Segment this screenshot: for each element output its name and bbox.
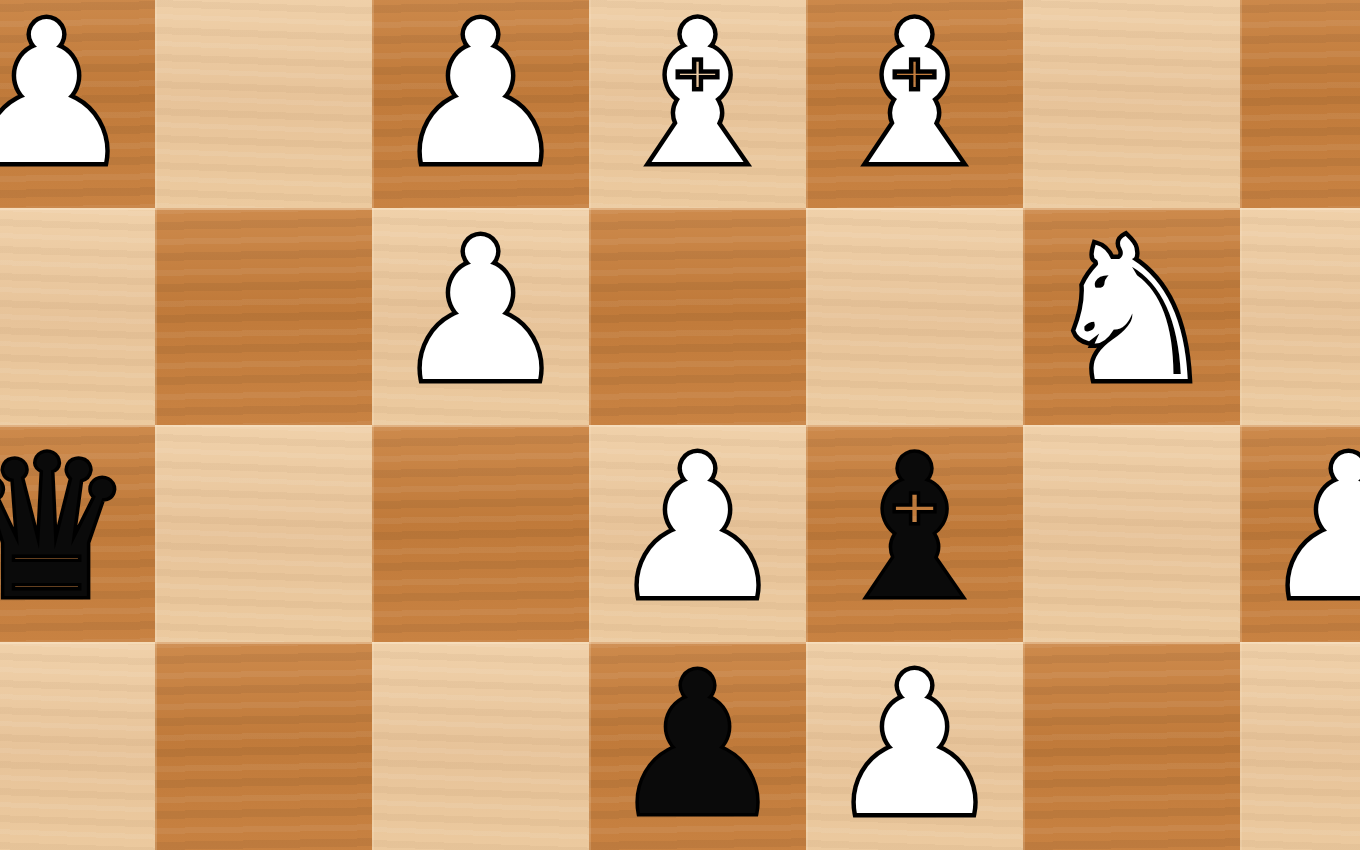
white-bishop-icon[interactable]: ♝ (827, 0, 1003, 192)
square-r0c1-light[interactable] (155, 0, 372, 208)
black-pawn-icon[interactable]: ♟ (610, 647, 786, 843)
square-r2c2-dark[interactable] (372, 425, 589, 642)
square-r2c0-dark[interactable]: ♛ (0, 425, 155, 642)
white-knight-icon[interactable]: ♞ (1044, 213, 1220, 409)
square-r0c4-dark[interactable]: ♝ (806, 0, 1023, 208)
square-r2c1-light[interactable] (155, 425, 372, 642)
square-r0c3-light[interactable]: ♝ (589, 0, 806, 208)
square-r1c6-light[interactable] (1240, 208, 1360, 425)
square-r0c0-dark[interactable]: ♟ (0, 0, 155, 208)
square-r1c3-dark[interactable] (589, 208, 806, 425)
square-r3c6-light[interactable] (1240, 642, 1360, 850)
square-r1c2-light[interactable]: ♟ (372, 208, 589, 425)
square-r3c1-dark[interactable] (155, 642, 372, 850)
square-r3c5-dark[interactable] (1023, 642, 1240, 850)
white-pawn-icon[interactable]: ♟ (827, 647, 1003, 843)
white-bishop-icon[interactable]: ♝ (610, 0, 786, 192)
square-r1c4-light[interactable] (806, 208, 1023, 425)
black-bishop-icon[interactable]: ♝ (827, 430, 1003, 626)
square-r1c5-dark[interactable]: ♞ (1023, 208, 1240, 425)
square-r1c0-light[interactable] (0, 208, 155, 425)
white-pawn-icon[interactable]: ♟ (1261, 430, 1360, 626)
square-r3c4-light[interactable]: ♟ (806, 642, 1023, 850)
square-r3c0-light[interactable] (0, 642, 155, 850)
board-viewport: ♟♟♝♝♟♞♛♟♝♟♟♟ (0, 0, 1360, 850)
white-pawn-icon[interactable]: ♟ (610, 430, 786, 626)
square-r0c2-dark[interactable]: ♟ (372, 0, 589, 208)
square-r3c3-dark[interactable]: ♟ (589, 642, 806, 850)
square-r3c2-light[interactable] (372, 642, 589, 850)
square-r2c6-dark[interactable]: ♟ (1240, 425, 1360, 642)
square-r2c3-light[interactable]: ♟ (589, 425, 806, 642)
white-pawn-icon[interactable]: ♟ (393, 213, 569, 409)
square-r2c4-dark[interactable]: ♝ (806, 425, 1023, 642)
white-pawn-icon[interactable]: ♟ (393, 0, 569, 192)
square-r2c5-light[interactable] (1023, 425, 1240, 642)
chess-board[interactable]: ♟♟♝♝♟♞♛♟♝♟♟♟ (0, 0, 1360, 850)
square-r0c6-dark[interactable] (1240, 0, 1360, 208)
square-r1c1-dark[interactable] (155, 208, 372, 425)
white-pawn-icon[interactable]: ♟ (0, 0, 134, 192)
black-queen-icon[interactable]: ♛ (0, 430, 134, 626)
square-r0c5-light[interactable] (1023, 0, 1240, 208)
